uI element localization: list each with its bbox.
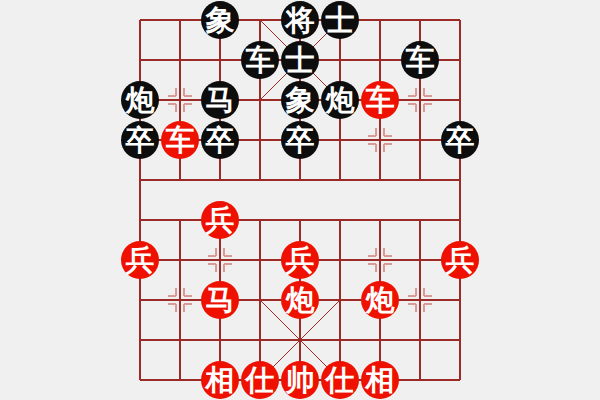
piece-glyph: 士: [326, 6, 355, 35]
piece-glyph: 兵: [126, 246, 155, 275]
piece-glyph: 士: [286, 46, 315, 75]
piece-red-soldier[interactable]: 兵: [201, 201, 239, 239]
piece-black-soldier[interactable]: 卒: [121, 121, 159, 159]
piece-glyph: 兵: [286, 246, 315, 275]
piece-black-cannon[interactable]: 炮: [321, 81, 359, 119]
piece-glyph: 象: [206, 6, 235, 35]
piece-glyph: 炮: [366, 286, 395, 315]
board-intersections[interactable]: 象将士车士车炮马象炮车卒车卒卒卒兵兵兵兵马炮炮相仕帅仕相: [120, 0, 480, 400]
piece-glyph: 炮: [126, 86, 155, 115]
piece-red-elephant[interactable]: 相: [201, 361, 239, 399]
piece-black-elephant[interactable]: 象: [281, 81, 319, 119]
piece-black-soldier[interactable]: 卒: [281, 121, 319, 159]
piece-red-advisor[interactable]: 仕: [241, 361, 279, 399]
piece-glyph: 相: [206, 366, 235, 395]
piece-glyph: 象: [286, 86, 315, 115]
piece-black-horse[interactable]: 马: [201, 81, 239, 119]
piece-red-horse[interactable]: 马: [201, 281, 239, 319]
piece-glyph: 兵: [446, 246, 475, 275]
piece-glyph: 车: [406, 46, 435, 75]
piece-glyph: 炮: [286, 286, 315, 315]
piece-black-elephant[interactable]: 象: [201, 1, 239, 39]
piece-red-cannon[interactable]: 炮: [281, 281, 319, 319]
piece-red-general[interactable]: 帅: [281, 361, 319, 399]
piece-black-advisor[interactable]: 士: [321, 1, 359, 39]
piece-glyph: 相: [366, 366, 395, 395]
piece-glyph: 马: [206, 86, 235, 115]
piece-red-elephant[interactable]: 相: [361, 361, 399, 399]
piece-glyph: 车: [366, 86, 395, 115]
piece-black-chariot[interactable]: 车: [401, 41, 439, 79]
piece-glyph: 卒: [126, 126, 155, 155]
piece-glyph: 马: [206, 286, 235, 315]
piece-black-soldier[interactable]: 卒: [441, 121, 479, 159]
piece-red-soldier[interactable]: 兵: [441, 241, 479, 279]
piece-glyph: 车: [246, 46, 275, 75]
piece-black-advisor[interactable]: 士: [281, 41, 319, 79]
piece-red-soldier[interactable]: 兵: [281, 241, 319, 279]
piece-black-soldier[interactable]: 卒: [201, 121, 239, 159]
piece-glyph: 卒: [206, 126, 235, 155]
piece-black-chariot[interactable]: 车: [241, 41, 279, 79]
piece-glyph: 仕: [326, 366, 355, 395]
piece-red-advisor[interactable]: 仕: [321, 361, 359, 399]
piece-black-cannon[interactable]: 炮: [121, 81, 159, 119]
piece-red-cannon[interactable]: 炮: [361, 281, 399, 319]
piece-red-chariot[interactable]: 车: [161, 121, 199, 159]
xiangqi-board[interactable]: 象将士车士车炮马象炮车卒车卒卒卒兵兵兵兵马炮炮相仕帅仕相: [0, 0, 600, 400]
piece-glyph: 车: [166, 126, 195, 155]
piece-glyph: 将: [286, 6, 315, 35]
piece-red-chariot[interactable]: 车: [361, 81, 399, 119]
piece-glyph: 卒: [286, 126, 315, 155]
piece-red-soldier[interactable]: 兵: [121, 241, 159, 279]
piece-glyph: 炮: [326, 86, 355, 115]
piece-glyph: 仕: [246, 366, 275, 395]
piece-black-general[interactable]: 将: [281, 1, 319, 39]
piece-glyph: 帅: [286, 366, 315, 395]
piece-glyph: 兵: [206, 206, 235, 235]
piece-glyph: 卒: [446, 126, 475, 155]
